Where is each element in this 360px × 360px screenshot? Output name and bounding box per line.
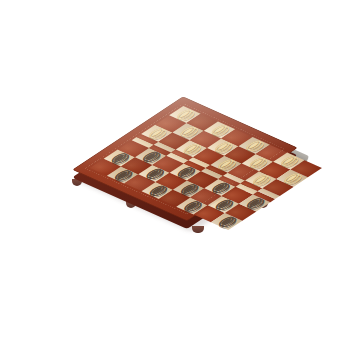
- checkers-board: ⛂⛂⛂⛂⛂⛂⛂⛂⛂⛂⛂⛂⛂⛂⛂⛂⛂⛂⛂⛂⛂⛂⛂⛂: [72, 96, 298, 221]
- board-foot: [192, 226, 204, 233]
- photo-scene: ⛂⛂⛂⛂⛂⛂⛂⛂⛂⛂⛂⛂⛂⛂⛂⛂⛂⛂⛂⛂⛂⛂⛂⛂: [0, 0, 360, 360]
